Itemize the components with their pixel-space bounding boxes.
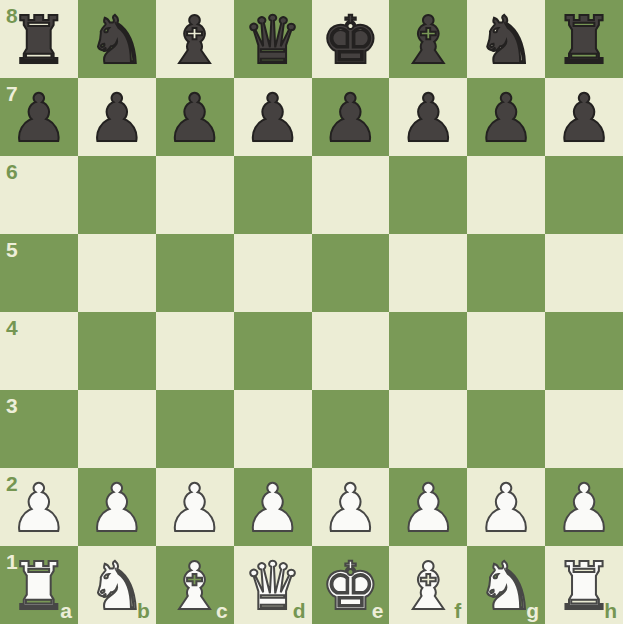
square-e4[interactable] [312,312,390,390]
square-h8[interactable]: ♜ [545,0,623,78]
square-h4[interactable] [545,312,623,390]
square-b2[interactable]: ♟ [78,468,156,546]
square-a1[interactable]: 1a♜ [0,546,78,624]
square-a6[interactable]: 6 [0,156,78,234]
piece-white-pawn[interactable]: ♟ [243,472,302,542]
square-g8[interactable]: ♞ [467,0,545,78]
square-e1[interactable]: e♚ [312,546,390,624]
square-e3[interactable] [312,390,390,468]
piece-white-pawn[interactable]: ♟ [321,472,380,542]
piece-black-bishop[interactable]: ♝ [399,4,458,74]
square-d5[interactable] [234,234,312,312]
piece-black-knight[interactable]: ♞ [87,4,146,74]
square-g2[interactable]: ♟ [467,468,545,546]
piece-black-pawn[interactable]: ♟ [477,82,536,152]
square-d4[interactable] [234,312,312,390]
piece-white-knight[interactable]: ♞ [477,550,536,620]
square-h7[interactable]: ♟ [545,78,623,156]
square-c6[interactable] [156,156,234,234]
square-a8[interactable]: 8♜ [0,0,78,78]
square-g7[interactable]: ♟ [467,78,545,156]
square-c7[interactable]: ♟ [156,78,234,156]
piece-white-bishop[interactable]: ♝ [165,550,224,620]
square-g1[interactable]: g♞ [467,546,545,624]
piece-black-pawn[interactable]: ♟ [399,82,458,152]
piece-white-queen[interactable]: ♛ [243,550,302,620]
piece-white-bishop[interactable]: ♝ [399,550,458,620]
piece-black-pawn[interactable]: ♟ [9,82,68,152]
piece-black-rook[interactable]: ♜ [554,4,613,74]
square-d8[interactable]: ♛ [234,0,312,78]
piece-white-rook[interactable]: ♜ [9,550,68,620]
square-b7[interactable]: ♟ [78,78,156,156]
piece-white-knight[interactable]: ♞ [87,550,146,620]
square-f7[interactable]: ♟ [389,78,467,156]
square-d2[interactable]: ♟ [234,468,312,546]
piece-black-pawn[interactable]: ♟ [87,82,146,152]
square-f8[interactable]: ♝ [389,0,467,78]
square-e7[interactable]: ♟ [312,78,390,156]
square-b3[interactable] [78,390,156,468]
square-e6[interactable] [312,156,390,234]
square-c1[interactable]: c♝ [156,546,234,624]
square-c5[interactable] [156,234,234,312]
square-b6[interactable] [78,156,156,234]
piece-white-pawn[interactable]: ♟ [399,472,458,542]
piece-white-pawn[interactable]: ♟ [165,472,224,542]
square-e2[interactable]: ♟ [312,468,390,546]
square-g4[interactable] [467,312,545,390]
square-e8[interactable]: ♚ [312,0,390,78]
square-b8[interactable]: ♞ [78,0,156,78]
piece-black-pawn[interactable]: ♟ [321,82,380,152]
rank-label-6: 6 [6,161,18,182]
square-h1[interactable]: h♜ [545,546,623,624]
square-g6[interactable] [467,156,545,234]
square-d3[interactable] [234,390,312,468]
piece-black-knight[interactable]: ♞ [477,4,536,74]
piece-black-queen[interactable]: ♛ [243,4,302,74]
piece-white-pawn[interactable]: ♟ [9,472,68,542]
piece-black-pawn[interactable]: ♟ [243,82,302,152]
square-e5[interactable] [312,234,390,312]
square-b5[interactable] [78,234,156,312]
piece-white-rook[interactable]: ♜ [554,550,613,620]
square-a4[interactable]: 4 [0,312,78,390]
square-c2[interactable]: ♟ [156,468,234,546]
square-h5[interactable] [545,234,623,312]
square-b4[interactable] [78,312,156,390]
square-f2[interactable]: ♟ [389,468,467,546]
square-c8[interactable]: ♝ [156,0,234,78]
piece-white-pawn[interactable]: ♟ [554,472,613,542]
piece-black-pawn[interactable]: ♟ [165,82,224,152]
square-h3[interactable] [545,390,623,468]
rank-label-5: 5 [6,239,18,260]
square-a7[interactable]: 7♟ [0,78,78,156]
piece-black-pawn[interactable]: ♟ [554,82,613,152]
rank-label-4: 4 [6,317,18,338]
square-d7[interactable]: ♟ [234,78,312,156]
square-c4[interactable] [156,312,234,390]
square-a2[interactable]: 2♟ [0,468,78,546]
chess-board: 8♜♞♝♛♚♝♞♜7♟♟♟♟♟♟♟♟65432♟♟♟♟♟♟♟♟1a♜b♞c♝d♛… [0,0,623,624]
square-f4[interactable] [389,312,467,390]
square-g5[interactable] [467,234,545,312]
square-c3[interactable] [156,390,234,468]
square-f1[interactable]: f♝ [389,546,467,624]
square-f5[interactable] [389,234,467,312]
piece-black-bishop[interactable]: ♝ [165,4,224,74]
square-b1[interactable]: b♞ [78,546,156,624]
square-f3[interactable] [389,390,467,468]
square-h2[interactable]: ♟ [545,468,623,546]
square-h6[interactable] [545,156,623,234]
rank-label-3: 3 [6,395,18,416]
square-g3[interactable] [467,390,545,468]
square-a3[interactable]: 3 [0,390,78,468]
square-a5[interactable]: 5 [0,234,78,312]
piece-white-king[interactable]: ♚ [321,550,380,620]
piece-black-rook[interactable]: ♜ [9,4,68,74]
square-d1[interactable]: d♛ [234,546,312,624]
piece-black-king[interactable]: ♚ [321,4,380,74]
piece-white-pawn[interactable]: ♟ [87,472,146,542]
piece-white-pawn[interactable]: ♟ [477,472,536,542]
square-d6[interactable] [234,156,312,234]
square-f6[interactable] [389,156,467,234]
